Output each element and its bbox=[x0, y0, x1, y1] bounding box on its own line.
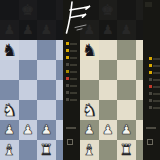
square-r5c0[interactable]: ♞ bbox=[0, 100, 19, 120]
square-r0c1[interactable]: ♚ bbox=[99, 0, 118, 20]
chess-board-left: ♚♟♟♟♞♞♟♟♟♝♜ bbox=[0, 0, 63, 160]
square-r3c0[interactable] bbox=[80, 60, 99, 80]
square-r1c1[interactable]: ♟ bbox=[19, 20, 38, 40]
square-r6c1[interactable]: ♟ bbox=[19, 120, 38, 140]
square-r6c0[interactable]: ♟ bbox=[0, 120, 19, 140]
sidebar-right bbox=[143, 0, 160, 160]
square-r2c3[interactable] bbox=[136, 40, 144, 60]
square-r5c3[interactable] bbox=[56, 100, 64, 120]
piece-white-pawn[interactable]: ♟ bbox=[99, 120, 118, 140]
piece-white-pawn[interactable]: ♟ bbox=[0, 120, 19, 140]
list-item[interactable] bbox=[143, 83, 160, 90]
list-item-dot-icon bbox=[149, 78, 152, 81]
list-item-dot-icon bbox=[149, 57, 152, 60]
square-r7c0[interactable]: ♝ bbox=[80, 140, 99, 160]
square-r3c1[interactable] bbox=[99, 60, 118, 80]
piece-white-bishop[interactable]: ♝ bbox=[80, 140, 99, 160]
list-item-text-stub bbox=[70, 85, 77, 87]
list-item-text-stub bbox=[153, 107, 160, 109]
list-item-dot-icon bbox=[149, 92, 152, 95]
square-r4c2[interactable] bbox=[37, 80, 56, 100]
list-item-text-stub bbox=[153, 72, 160, 74]
list-item[interactable] bbox=[143, 69, 160, 76]
sidebar-top-smudge bbox=[145, 2, 152, 7]
list-item[interactable] bbox=[143, 104, 160, 111]
square-r6c2[interactable]: ♟ bbox=[37, 120, 56, 140]
list-item-text-stub bbox=[153, 100, 160, 102]
list-item[interactable] bbox=[63, 96, 80, 103]
list-item[interactable] bbox=[143, 76, 160, 83]
list-item[interactable] bbox=[63, 40, 80, 47]
screenshot-stage: ♚♟♟♟♞♞♟♟♟♝♜ ♚♟♟♟♞♞♟♟♟♝♜ bbox=[0, 0, 160, 160]
list-item[interactable] bbox=[143, 97, 160, 104]
square-r4c3[interactable] bbox=[136, 80, 144, 100]
square-r4c2[interactable] bbox=[117, 80, 136, 100]
square-r3c0[interactable] bbox=[0, 60, 19, 80]
list-item-text-stub bbox=[70, 99, 77, 101]
piece-black-king[interactable]: ♚ bbox=[19, 0, 38, 20]
list-item-text-stub bbox=[70, 92, 77, 94]
square-r4c1[interactable] bbox=[19, 80, 38, 100]
square-r2c2[interactable] bbox=[37, 40, 56, 60]
list-item-dot-icon bbox=[149, 106, 152, 109]
piece-black-pawn[interactable]: ♟ bbox=[99, 20, 118, 40]
square-r2c1[interactable] bbox=[99, 40, 118, 60]
square-r3c1[interactable] bbox=[19, 60, 38, 80]
piece-white-pawn[interactable]: ♟ bbox=[80, 120, 99, 140]
square-r7c2[interactable]: ♜ bbox=[117, 140, 136, 160]
square-r2c0[interactable]: ♞ bbox=[80, 40, 99, 60]
piece-white-pawn[interactable]: ♟ bbox=[37, 120, 56, 140]
square-r6c0[interactable]: ♟ bbox=[80, 120, 99, 140]
list-item[interactable] bbox=[143, 62, 160, 69]
square-r6c3[interactable] bbox=[56, 120, 64, 140]
list-item-text-stub bbox=[70, 57, 77, 59]
square-r2c0[interactable]: ♞ bbox=[0, 40, 19, 60]
move-list-left bbox=[63, 40, 80, 103]
square-r2c3[interactable] bbox=[56, 40, 64, 60]
square-r4c0[interactable] bbox=[0, 80, 19, 100]
list-item-text-stub bbox=[153, 86, 160, 88]
list-item-text-stub bbox=[153, 65, 160, 67]
move-list-right bbox=[143, 55, 160, 111]
square-r0c1[interactable]: ♚ bbox=[19, 0, 38, 20]
list-item[interactable] bbox=[143, 55, 160, 62]
square-r5c2[interactable] bbox=[117, 100, 136, 120]
sidebar-caption-stub bbox=[146, 127, 156, 129]
square-r7c1[interactable] bbox=[99, 140, 118, 160]
list-item[interactable] bbox=[63, 47, 80, 54]
piece-white-pawn[interactable]: ♟ bbox=[117, 120, 136, 140]
square-r6c1[interactable]: ♟ bbox=[99, 120, 118, 140]
square-r2c1[interactable] bbox=[19, 40, 38, 60]
list-item-dot-icon bbox=[66, 42, 69, 45]
square-r1c2[interactable]: ♟ bbox=[37, 20, 56, 40]
square-r7c3[interactable] bbox=[136, 140, 144, 160]
sidebar-caption-stub bbox=[66, 127, 76, 129]
piece-black-pawn[interactable]: ♟ bbox=[0, 20, 19, 40]
piece-white-rook[interactable]: ♜ bbox=[37, 140, 56, 160]
piece-black-knight[interactable]: ♞ bbox=[0, 40, 19, 60]
list-item-dot-icon bbox=[149, 71, 152, 74]
square-r2c2[interactable] bbox=[117, 40, 136, 60]
list-item-dot-icon bbox=[149, 64, 152, 67]
list-item-dot-icon bbox=[66, 49, 69, 52]
square-r4c0[interactable] bbox=[80, 80, 99, 100]
square-r5c2[interactable] bbox=[37, 100, 56, 120]
list-item-text-stub bbox=[153, 79, 160, 81]
piece-white-knight[interactable]: ♞ bbox=[80, 100, 99, 120]
square-r4c1[interactable] bbox=[99, 80, 118, 100]
list-item-dot-icon bbox=[66, 56, 69, 59]
square-r5c3[interactable] bbox=[136, 100, 144, 120]
list-item-text-stub bbox=[70, 78, 77, 80]
piece-black-pawn[interactable]: ♟ bbox=[117, 20, 136, 40]
list-item-text-stub bbox=[70, 64, 77, 66]
list-item-dot-icon bbox=[66, 84, 69, 87]
chess-board-grid-left: ♚♟♟♟♞♞♟♟♟♝♜ bbox=[0, 0, 63, 160]
square-r5c0[interactable]: ♞ bbox=[80, 100, 99, 120]
square-outline-icon[interactable] bbox=[67, 139, 73, 145]
list-item-text-stub bbox=[153, 93, 160, 95]
list-item[interactable] bbox=[63, 68, 80, 75]
square-r7c0[interactable]: ♝ bbox=[0, 140, 19, 160]
piece-white-knight[interactable]: ♞ bbox=[0, 100, 19, 120]
piece-white-bishop[interactable]: ♝ bbox=[0, 140, 19, 160]
list-item[interactable] bbox=[63, 89, 80, 96]
square-r1c1[interactable]: ♟ bbox=[99, 20, 118, 40]
hand-drawn-annotation-icon bbox=[62, 0, 100, 40]
square-r4c3[interactable] bbox=[56, 80, 64, 100]
square-r7c2[interactable]: ♜ bbox=[37, 140, 56, 160]
list-item-dot-icon bbox=[66, 98, 69, 101]
square-r3c2[interactable] bbox=[37, 60, 56, 80]
list-item-text-stub bbox=[153, 58, 160, 60]
square-r6c3[interactable] bbox=[136, 120, 144, 140]
list-item-dot-icon bbox=[149, 99, 152, 102]
list-item[interactable] bbox=[143, 90, 160, 97]
list-item[interactable] bbox=[63, 82, 80, 89]
list-item-dot-icon bbox=[66, 91, 69, 94]
square-outline-icon[interactable] bbox=[147, 139, 153, 145]
piece-white-rook[interactable]: ♜ bbox=[117, 140, 136, 160]
piece-white-pawn[interactable]: ♟ bbox=[19, 120, 38, 140]
square-r3c3[interactable] bbox=[56, 60, 64, 80]
square-r5c1[interactable] bbox=[99, 100, 118, 120]
list-item[interactable] bbox=[63, 75, 80, 82]
square-r1c0[interactable]: ♟ bbox=[0, 20, 19, 40]
list-item-text-stub bbox=[70, 43, 77, 45]
piece-black-knight[interactable]: ♞ bbox=[80, 40, 99, 60]
square-r5c1[interactable] bbox=[19, 100, 38, 120]
list-item-dot-icon bbox=[66, 70, 69, 73]
square-r6c2[interactable]: ♟ bbox=[117, 120, 136, 140]
list-item-text-stub bbox=[70, 50, 77, 52]
square-r3c2[interactable] bbox=[117, 60, 136, 80]
square-r3c3[interactable] bbox=[136, 60, 144, 80]
square-r1c2[interactable]: ♟ bbox=[117, 20, 136, 40]
list-item-dot-icon bbox=[149, 85, 152, 88]
square-r7c1[interactable] bbox=[19, 140, 38, 160]
piece-black-king[interactable]: ♚ bbox=[99, 0, 118, 20]
list-item-dot-icon bbox=[66, 77, 69, 80]
piece-black-pawn[interactable]: ♟ bbox=[19, 20, 38, 40]
list-item-text-stub bbox=[70, 71, 77, 73]
list-item[interactable] bbox=[63, 54, 80, 61]
list-item[interactable] bbox=[63, 61, 80, 68]
piece-black-pawn[interactable]: ♟ bbox=[37, 20, 56, 40]
list-item-dot-icon bbox=[66, 63, 69, 66]
square-r7c3[interactable] bbox=[56, 140, 64, 160]
